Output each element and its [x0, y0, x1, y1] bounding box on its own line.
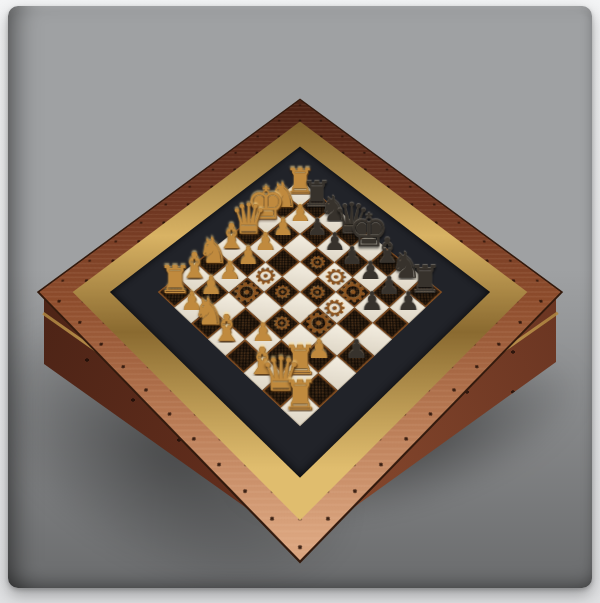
- scene-3d: ♜♜♞♛♚♝♞♜♞♟♟♟♟♟♟♟♚♟⚙⚙⚙♟♛♟⚙⚙♝♟⚙⚙⚙♟♞♟⚙⚙♟♝♟♟…: [8, 6, 592, 588]
- board-grid: ♜♜♞♛♚♝♞♜♞♟♟♟♟♟♟♟♚♟⚙⚙⚙♟♛♟⚙⚙♝♟⚙⚙⚙♟♞♟⚙⚙♟♝♟♟…: [158, 180, 442, 426]
- black-band: ♜♜♞♛♚♝♞♜♞♟♟♟♟♟♟♟♚♟⚙⚙⚙♟♛♟⚙⚙♝♟⚙⚙⚙♟♞♟⚙⚙♟♝♟♟…: [110, 146, 490, 477]
- square-d5: [282, 262, 317, 292]
- gear-icon: ⚙: [308, 282, 328, 301]
- wood-frame: ♜♜♞♛♚♝♞♜♞♟♟♟♟♟♟♟♚♟⚙⚙⚙♟♛♟⚙⚙♝♟⚙⚙⚙♟♞♟⚙⚙♟♝♟♟…: [39, 100, 560, 560]
- square-d4: ⚙: [264, 277, 300, 308]
- canvas-print-photo: ♜♜♞♛♚♝♞♜♞♟♟♟♟♟♟♟♚♟⚙⚙⚙♟♛♟⚙⚙♝♟⚙⚙⚙♟♞♟⚙⚙♟♝♟♟…: [8, 6, 592, 588]
- square-h1: ♜: [281, 390, 320, 426]
- chess-board: ♜♜♞♛♚♝♞♜♞♟♟♟♟♟♟♟♚♟⚙⚙⚙♟♛♟⚙⚙♝♟⚙⚙⚙♟♞♟⚙⚙♟♝♟♟…: [39, 100, 560, 560]
- white-rook-icon: ♜: [254, 374, 346, 416]
- brass-trim: ♜♜♞♛♚♝♞♜♞♟♟♟♟♟♟♟♚♟⚙⚙⚙♟♛♟⚙⚙♝♟⚙⚙⚙♟♞♟⚙⚙♟♝♟♟…: [73, 122, 528, 521]
- black-pawn-icon: ♟: [329, 288, 415, 314]
